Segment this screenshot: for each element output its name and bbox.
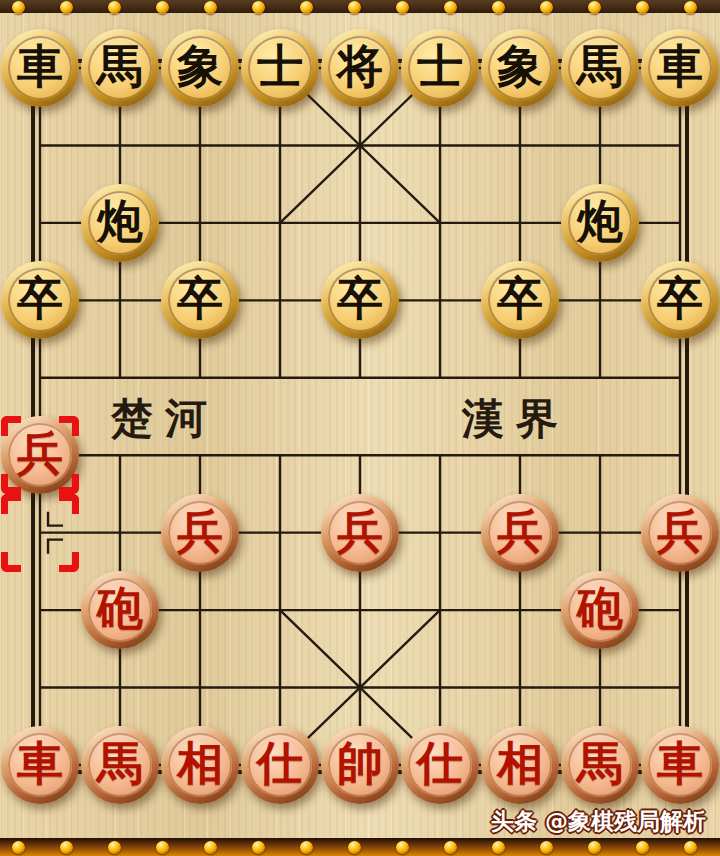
piece-character: 卒 (177, 275, 223, 321)
piece-red-soldier[interactable]: 兵 (1, 416, 79, 494)
piece-face: 砲 (88, 578, 152, 642)
piece-face: 象 (488, 36, 552, 100)
piece-face: 馬 (568, 36, 632, 100)
piece-black-elephant[interactable]: 象 (161, 29, 239, 107)
piece-character: 相 (177, 740, 223, 786)
watermark-handle: @象棋残局解析 (545, 808, 706, 834)
stud-icon (12, 1, 25, 14)
piece-character: 象 (497, 43, 543, 89)
river-label-left: 楚河 (111, 398, 219, 440)
stud-icon (108, 1, 121, 14)
piece-face: 象 (168, 36, 232, 100)
piece-face: 兵 (648, 501, 712, 565)
piece-red-cannon[interactable]: 砲 (81, 571, 159, 649)
piece-face: 帥 (328, 733, 392, 797)
piece-character: 相 (497, 740, 543, 786)
piece-character: 象 (177, 43, 223, 89)
piece-black-advisor[interactable]: 士 (241, 29, 319, 107)
piece-black-soldier[interactable]: 卒 (161, 261, 239, 339)
stud-icon (204, 841, 217, 854)
piece-face: 卒 (168, 268, 232, 332)
piece-character: 馬 (97, 43, 143, 89)
piece-face: 将 (328, 36, 392, 100)
piece-character: 炮 (577, 198, 623, 244)
stud-icon (12, 841, 25, 854)
piece-character: 車 (17, 43, 63, 89)
stud-icon (684, 841, 697, 854)
stud-icon (300, 1, 313, 14)
piece-face: 馬 (88, 36, 152, 100)
piece-character: 士 (417, 43, 463, 89)
piece-red-cannon[interactable]: 砲 (561, 571, 639, 649)
piece-face: 車 (8, 36, 72, 100)
stud-icon (636, 841, 649, 854)
piece-character: 卒 (497, 275, 543, 321)
piece-character: 兵 (337, 508, 383, 554)
piece-character: 車 (17, 740, 63, 786)
piece-face: 相 (488, 733, 552, 797)
piece-black-horse[interactable]: 馬 (561, 29, 639, 107)
stud-icon (540, 841, 553, 854)
stud-icon (60, 1, 73, 14)
stud-icon (60, 841, 73, 854)
piece-face: 兵 (168, 501, 232, 565)
piece-face: 車 (8, 733, 72, 797)
piece-red-soldier[interactable]: 兵 (321, 494, 399, 572)
piece-character: 卒 (337, 275, 383, 321)
piece-character: 兵 (177, 508, 223, 554)
piece-black-chariot[interactable]: 車 (1, 29, 79, 107)
stud-icon (348, 1, 361, 14)
piece-red-advisor[interactable]: 仕 (241, 726, 319, 804)
piece-black-soldier[interactable]: 卒 (641, 261, 719, 339)
piece-face: 炮 (88, 191, 152, 255)
piece-character: 車 (657, 43, 703, 89)
piece-red-horse[interactable]: 馬 (81, 726, 159, 804)
watermark-brand: 头条 (491, 808, 537, 834)
piece-face: 車 (648, 36, 712, 100)
piece-red-soldier[interactable]: 兵 (641, 494, 719, 572)
piece-character: 馬 (577, 740, 623, 786)
piece-character: 仕 (257, 740, 303, 786)
piece-black-horse[interactable]: 馬 (81, 29, 159, 107)
piece-black-cannon[interactable]: 炮 (561, 184, 639, 262)
piece-character: 砲 (577, 585, 623, 631)
piece-face: 卒 (648, 268, 712, 332)
piece-black-soldier[interactable]: 卒 (1, 261, 79, 339)
piece-character: 将 (337, 43, 383, 89)
stud-icon (684, 1, 697, 14)
watermark-text: 头条@象棋残局解析 (491, 806, 706, 837)
piece-character: 帥 (337, 740, 383, 786)
piece-character: 馬 (97, 740, 143, 786)
piece-character: 卒 (657, 275, 703, 321)
piece-character: 兵 (497, 508, 543, 554)
piece-character: 砲 (97, 585, 143, 631)
piece-black-soldier[interactable]: 卒 (481, 261, 559, 339)
piece-red-general[interactable]: 帥 (321, 726, 399, 804)
stud-icon (156, 841, 169, 854)
piece-black-general[interactable]: 将 (321, 29, 399, 107)
piece-face: 炮 (568, 191, 632, 255)
piece-face: 兵 (328, 501, 392, 565)
piece-black-elephant[interactable]: 象 (481, 29, 559, 107)
piece-black-cannon[interactable]: 炮 (81, 184, 159, 262)
piece-face: 仕 (408, 733, 472, 797)
piece-character: 士 (257, 43, 303, 89)
xiangqi-board-screenshot: 楚河 漢界 車馬象士将士象馬車炮炮卒卒卒卒卒兵兵兵兵兵砲砲車馬相仕帥仕相馬車 头… (0, 0, 720, 856)
piece-red-elephant[interactable]: 相 (481, 726, 559, 804)
piece-red-advisor[interactable]: 仕 (401, 726, 479, 804)
stud-icon (108, 841, 121, 854)
piece-red-chariot[interactable]: 車 (1, 726, 79, 804)
piece-character: 兵 (657, 508, 703, 554)
stud-icon (588, 1, 601, 14)
stud-icon (492, 841, 505, 854)
river-label-right: 漢界 (462, 398, 570, 440)
piece-black-soldier[interactable]: 卒 (321, 261, 399, 339)
piece-face: 仕 (248, 733, 312, 797)
stud-icon (636, 1, 649, 14)
stud-icon (444, 1, 457, 14)
piece-red-soldier[interactable]: 兵 (481, 494, 559, 572)
stud-icon (396, 841, 409, 854)
piece-face: 兵 (488, 501, 552, 565)
piece-face: 馬 (568, 733, 632, 797)
piece-character: 兵 (17, 430, 63, 476)
piece-character: 仕 (417, 740, 463, 786)
stud-icon (588, 841, 601, 854)
piece-face: 卒 (488, 268, 552, 332)
piece-face: 砲 (568, 578, 632, 642)
stud-icon (156, 1, 169, 14)
piece-face: 士 (248, 36, 312, 100)
piece-black-advisor[interactable]: 士 (401, 29, 479, 107)
piece-face: 車 (648, 733, 712, 797)
stud-icon (300, 841, 313, 854)
piece-face: 兵 (8, 423, 72, 487)
piece-face: 相 (168, 733, 232, 797)
piece-character: 卒 (17, 275, 63, 321)
piece-character: 馬 (577, 43, 623, 89)
piece-red-soldier[interactable]: 兵 (161, 494, 239, 572)
stud-icon (252, 841, 265, 854)
board-frame-bottom (0, 838, 720, 856)
stud-icon (444, 841, 457, 854)
stud-icon (396, 1, 409, 14)
stud-icon (204, 1, 217, 14)
piece-face: 卒 (328, 268, 392, 332)
piece-character: 炮 (97, 198, 143, 244)
piece-red-horse[interactable]: 馬 (561, 726, 639, 804)
piece-face: 卒 (8, 268, 72, 332)
stud-icon (540, 1, 553, 14)
piece-red-elephant[interactable]: 相 (161, 726, 239, 804)
board-frame-top (0, 0, 720, 13)
piece-face: 士 (408, 36, 472, 100)
stud-icon (348, 841, 361, 854)
piece-red-chariot[interactable]: 車 (641, 726, 719, 804)
stud-icon (492, 1, 505, 14)
piece-black-chariot[interactable]: 車 (641, 29, 719, 107)
stud-icon (252, 1, 265, 14)
piece-face: 馬 (88, 733, 152, 797)
piece-character: 車 (657, 740, 703, 786)
